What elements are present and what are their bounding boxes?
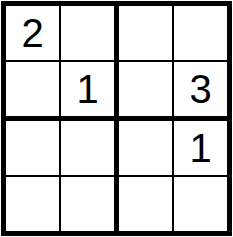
cell-r4c3[interactable] [119, 177, 172, 231]
cell-r3c4[interactable]: 1 [174, 121, 227, 175]
box-r1c2: 3 [119, 6, 227, 116]
box-r2c2: 1 [119, 121, 227, 231]
cell-r2c3[interactable] [119, 62, 172, 116]
cell-r2c2[interactable]: 1 [61, 62, 114, 116]
cell-r2c4[interactable]: 3 [174, 62, 227, 116]
box-r1c1: 21 [6, 6, 114, 116]
box-r2c1 [6, 121, 114, 231]
cell-r4c1[interactable] [6, 177, 59, 231]
cell-r3c3[interactable] [119, 121, 172, 175]
cell-r1c3[interactable] [119, 6, 172, 60]
cell-r1c1[interactable]: 2 [6, 6, 59, 60]
cell-r1c4[interactable] [174, 6, 227, 60]
cell-r2c1[interactable] [6, 62, 59, 116]
sudoku-page: 2131 [0, 0, 233, 237]
sudoku-board: 2131 [1, 1, 232, 236]
cell-r3c2[interactable] [61, 121, 114, 175]
cell-r3c1[interactable] [6, 121, 59, 175]
cell-r4c2[interactable] [61, 177, 114, 231]
cell-r1c2[interactable] [61, 6, 114, 60]
cell-r4c4[interactable] [174, 177, 227, 231]
